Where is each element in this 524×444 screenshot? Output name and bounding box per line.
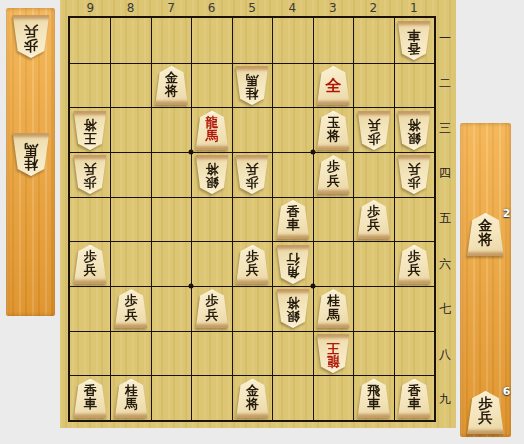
piece-kanji: 将 [246, 397, 259, 410]
square-8九[interactable]: 桂馬 [110, 375, 150, 420]
piece-kanji: 将 [206, 163, 219, 176]
piece-gote-pawn[interactable]: 歩兵 [235, 155, 269, 194]
piece-sente-gold[interactable]: 金将 [155, 66, 189, 105]
file-label: 4 [272, 1, 312, 15]
piece-kanji: 龍 [327, 355, 340, 368]
square-2八[interactable] [353, 331, 393, 376]
piece-kanji: 馬 [206, 129, 219, 142]
piece-kanji: 将 [408, 118, 421, 131]
square-5六[interactable]: 歩兵 [232, 241, 272, 286]
piece-kanji: 歩 [408, 250, 421, 263]
piece-kanji: 兵 [246, 163, 259, 176]
square-5三[interactable] [232, 107, 272, 152]
piece-kanji: 歩 [246, 176, 259, 189]
piece-sente-pawn[interactable]: 歩兵 [195, 289, 229, 328]
hoshi-dot [310, 150, 315, 155]
piece-sente-gold[interactable]: 金将 [235, 379, 269, 418]
piece-kanji: 金 [479, 218, 493, 232]
piece-kanji: 桂 [125, 384, 138, 397]
square-3九[interactable] [313, 375, 353, 420]
piece-kanji: 車 [84, 397, 97, 410]
square-8六[interactable] [110, 241, 150, 286]
square-8一[interactable] [110, 18, 150, 63]
square-5五[interactable] [232, 197, 272, 242]
sente-hand-stand: 金将2歩兵6 [460, 123, 511, 437]
square-9九[interactable]: 香車 [70, 375, 110, 420]
piece-kanji: 角 [286, 265, 299, 278]
board-grid: 香車金将桂馬全王将龍馬玉将歩兵銀将歩兵銀将歩兵歩兵歩兵香車歩兵歩兵歩兵角行歩兵歩… [68, 16, 436, 422]
piece-gote-knight[interactable]: 桂馬 [235, 66, 269, 105]
piece-gote-king[interactable]: 王将 [73, 111, 107, 150]
square-7三[interactable] [151, 107, 191, 152]
square-5一[interactable] [232, 18, 272, 63]
piece-sente-pawn[interactable]: 歩兵 [114, 289, 148, 328]
file-label: 7 [151, 1, 191, 15]
piece-gote-silver[interactable]: 銀将 [276, 289, 310, 328]
file-label: 1 [394, 1, 434, 15]
piece-kanji: 金 [165, 71, 178, 84]
square-3六[interactable] [313, 241, 353, 286]
piece-kanji: 銀 [408, 131, 421, 144]
piece-sente-pawn[interactable]: 歩兵 [316, 155, 350, 194]
square-7一[interactable] [151, 18, 191, 63]
square-7八[interactable] [151, 331, 191, 376]
hand-piece-count: 2 [503, 207, 511, 220]
hoshi-dot [189, 284, 194, 289]
piece-kanji: 銀 [286, 310, 299, 323]
square-1七[interactable] [394, 286, 434, 331]
square-4一[interactable] [272, 18, 312, 63]
piece-gote-pawn[interactable]: 歩兵 [397, 155, 431, 194]
piece-kanji: 桂 [246, 87, 259, 100]
piece-kanji: 馬 [125, 397, 138, 410]
piece-gote-bishop[interactable]: 角行 [276, 245, 310, 284]
piece-gote-pawn[interactable]: 歩兵 [12, 15, 50, 58]
piece-kanji: 兵 [479, 410, 493, 424]
shogi-app: 歩兵桂馬 987654321 一二三四五六七八九 香車金将桂馬全王将龍馬玉将歩兵… [0, 0, 524, 444]
piece-kanji: 香 [408, 384, 421, 397]
rank-label: 五 [436, 196, 454, 241]
piece-kanji: 歩 [24, 39, 38, 53]
piece-gote-knight[interactable]: 桂馬 [12, 133, 50, 176]
square-7四[interactable] [151, 152, 191, 197]
file-label: 2 [353, 1, 393, 15]
piece-gote-pawn[interactable]: 歩兵 [357, 111, 391, 150]
piece-kanji: 将 [479, 232, 493, 246]
file-label: 9 [70, 1, 110, 15]
square-6一[interactable] [191, 18, 231, 63]
square-1四[interactable]: 歩兵 [394, 152, 434, 197]
square-7七[interactable] [151, 286, 191, 331]
shogi-board: 987654321 一二三四五六七八九 香車金将桂馬全王将龍馬玉将歩兵銀将歩兵銀… [60, 0, 456, 428]
piece-kanji: 兵 [24, 24, 38, 38]
square-4三[interactable] [272, 107, 312, 152]
file-label: 6 [191, 1, 231, 15]
square-4九[interactable] [272, 375, 312, 420]
piece-kanji: 香 [408, 42, 421, 55]
piece-gote-pawn[interactable]: 歩兵 [73, 155, 107, 194]
piece-kanji: 全 [325, 78, 341, 94]
square-6三[interactable]: 龍馬 [191, 107, 231, 152]
square-8三[interactable] [110, 107, 150, 152]
hand-piece-holder: 歩兵6 [467, 391, 505, 434]
piece-sente-lance[interactable]: 香車 [397, 379, 431, 418]
piece-sente-pawn[interactable]: 歩兵 [357, 200, 391, 239]
piece-sente-knight[interactable]: 桂馬 [316, 289, 350, 328]
piece-kanji: 将 [286, 297, 299, 310]
piece-sente-pawn[interactable]: 歩兵 [235, 245, 269, 284]
square-6八[interactable] [191, 331, 231, 376]
piece-kanji: 歩 [84, 250, 97, 263]
piece-kanji: 歩 [206, 294, 219, 307]
rank-label: 四 [436, 151, 454, 196]
piece-sente-rook[interactable]: 飛車 [357, 379, 391, 418]
piece-kanji: 将 [84, 118, 97, 131]
square-2四[interactable] [353, 152, 393, 197]
square-4二[interactable] [272, 63, 312, 108]
square-8八[interactable] [110, 331, 150, 376]
piece-kanji: 歩 [367, 205, 380, 218]
hoshi-dot [189, 150, 194, 155]
hoshi-dot [310, 284, 315, 289]
square-1六[interactable]: 歩兵 [394, 241, 434, 286]
square-9三[interactable]: 王将 [70, 107, 110, 152]
piece-kanji: 歩 [367, 131, 380, 144]
piece-kanji: 兵 [327, 174, 340, 187]
piece-kanji: 歩 [479, 396, 493, 410]
square-4七[interactable]: 銀将 [272, 286, 312, 331]
square-9四[interactable]: 歩兵 [70, 152, 110, 197]
piece-kanji: 車 [408, 28, 421, 41]
piece-kanji: 兵 [408, 163, 421, 176]
piece-sente-promoted-bishop[interactable]: 龍馬 [195, 111, 229, 150]
square-8四[interactable] [110, 152, 150, 197]
piece-kanji: 車 [408, 397, 421, 410]
square-3三[interactable]: 玉将 [313, 107, 353, 152]
square-6二[interactable] [191, 63, 231, 108]
square-1二[interactable] [394, 63, 434, 108]
piece-kanji: 兵 [84, 163, 97, 176]
piece-kanji: 馬 [327, 308, 340, 321]
square-6五[interactable] [191, 197, 231, 242]
rank-label: 六 [436, 242, 454, 287]
piece-sente-gold[interactable]: 金将 [467, 213, 505, 256]
square-6四[interactable]: 銀将 [191, 152, 231, 197]
square-7六[interactable] [151, 241, 191, 286]
piece-sente-pawn[interactable]: 歩兵 [73, 245, 107, 284]
square-8五[interactable] [110, 197, 150, 242]
square-3四[interactable]: 歩兵 [313, 152, 353, 197]
square-1八[interactable] [394, 331, 434, 376]
piece-sente-lance[interactable]: 香車 [73, 379, 107, 418]
piece-kanji: 金 [246, 384, 259, 397]
square-3五[interactable] [313, 197, 353, 242]
rank-labels: 一二三四五六七八九 [436, 16, 454, 422]
piece-gote-silver[interactable]: 銀将 [195, 155, 229, 194]
square-6九[interactable] [191, 375, 231, 420]
piece-kanji: 龍 [206, 116, 219, 129]
square-3二[interactable]: 全 [313, 63, 353, 108]
square-6六[interactable] [191, 241, 231, 286]
square-7五[interactable] [151, 197, 191, 242]
square-4五[interactable]: 香車 [272, 197, 312, 242]
square-2二[interactable] [353, 63, 393, 108]
piece-kanji: 香 [84, 384, 97, 397]
square-1九[interactable]: 香車 [394, 375, 434, 420]
piece-kanji: 兵 [246, 263, 259, 276]
piece-sente-pawn[interactable]: 歩兵 [397, 245, 431, 284]
square-5四[interactable]: 歩兵 [232, 152, 272, 197]
piece-kanji: 銀 [206, 176, 219, 189]
rank-label: 二 [436, 61, 454, 106]
square-3一[interactable] [313, 18, 353, 63]
piece-kanji: 歩 [84, 176, 97, 189]
square-4四[interactable] [272, 152, 312, 197]
piece-kanji: 兵 [367, 218, 380, 231]
rank-label: 八 [436, 332, 454, 377]
piece-kanji: 将 [327, 129, 340, 142]
piece-kanji: 行 [286, 252, 299, 265]
rank-label: 一 [436, 16, 454, 61]
square-6七[interactable]: 歩兵 [191, 286, 231, 331]
file-labels: 987654321 [70, 1, 434, 15]
piece-kanji: 車 [286, 218, 299, 231]
rank-label: 七 [436, 287, 454, 332]
square-9五[interactable] [70, 197, 110, 242]
square-8二[interactable] [110, 63, 150, 108]
square-1一[interactable]: 香車 [394, 18, 434, 63]
piece-kanji: 桂 [327, 294, 340, 307]
piece-kanji: 兵 [125, 308, 138, 321]
square-7九[interactable] [151, 375, 191, 420]
piece-kanji: 兵 [206, 308, 219, 321]
square-3八[interactable]: 龍王 [313, 331, 353, 376]
square-9二[interactable] [70, 63, 110, 108]
square-5二[interactable]: 桂馬 [232, 63, 272, 108]
piece-kanji: 兵 [84, 263, 97, 276]
piece-kanji: 歩 [246, 250, 259, 263]
piece-kanji: 桂 [24, 157, 38, 171]
square-5九[interactable]: 金将 [232, 375, 272, 420]
piece-kanji: 玉 [327, 116, 340, 129]
square-2六[interactable] [353, 241, 393, 286]
piece-sente-king[interactable]: 玉将 [316, 111, 350, 150]
piece-kanji: 飛 [367, 384, 380, 397]
file-label: 3 [313, 1, 353, 15]
square-5八[interactable] [232, 331, 272, 376]
square-4八[interactable] [272, 331, 312, 376]
square-8七[interactable]: 歩兵 [110, 286, 150, 331]
square-5七[interactable] [232, 286, 272, 331]
piece-gote-promoted-rook[interactable]: 龍王 [316, 334, 350, 373]
square-1五[interactable] [394, 197, 434, 242]
piece-kanji: 王 [327, 341, 340, 354]
square-9一[interactable] [70, 18, 110, 63]
square-9六[interactable]: 歩兵 [70, 241, 110, 286]
piece-sente-pawn[interactable]: 歩兵 [467, 391, 505, 434]
piece-kanji: 将 [165, 84, 178, 97]
file-label: 8 [110, 1, 150, 15]
piece-gote-lance[interactable]: 香車 [397, 21, 431, 60]
gote-hand-stand: 歩兵桂馬 [6, 8, 55, 316]
hand-piece-holder: 桂馬 [12, 133, 50, 176]
square-2七[interactable] [353, 286, 393, 331]
piece-kanji: 歩 [125, 294, 138, 307]
square-2三[interactable]: 歩兵 [353, 107, 393, 152]
piece-sente-promoted-silver[interactable]: 全 [316, 66, 350, 105]
square-3七[interactable]: 桂馬 [313, 286, 353, 331]
piece-kanji: 兵 [367, 118, 380, 131]
piece-kanji: 王 [84, 131, 97, 144]
square-2九[interactable]: 飛車 [353, 375, 393, 420]
square-9八[interactable] [70, 331, 110, 376]
piece-kanji: 兵 [408, 263, 421, 276]
piece-kanji: 車 [367, 397, 380, 410]
piece-kanji: 馬 [246, 73, 259, 86]
square-9七[interactable] [70, 286, 110, 331]
piece-kanji: 歩 [327, 160, 340, 173]
square-2五[interactable]: 歩兵 [353, 197, 393, 242]
piece-kanji: 歩 [408, 176, 421, 189]
piece-kanji: 馬 [24, 142, 38, 156]
piece-kanji: 香 [286, 205, 299, 218]
hand-piece-holder: 歩兵 [12, 15, 50, 58]
square-2一[interactable] [353, 18, 393, 63]
piece-gote-silver[interactable]: 銀将 [397, 111, 431, 150]
piece-sente-lance[interactable]: 香車 [276, 200, 310, 239]
hand-piece-count: 6 [503, 385, 511, 398]
file-label: 5 [232, 1, 272, 15]
piece-sente-knight[interactable]: 桂馬 [114, 379, 148, 418]
hand-piece-holder: 金将2 [467, 213, 505, 256]
rank-label: 九 [436, 377, 454, 422]
square-1三[interactable]: 銀将 [394, 107, 434, 152]
square-4六[interactable]: 角行 [272, 241, 312, 286]
square-7二[interactable]: 金将 [151, 63, 191, 108]
rank-label: 三 [436, 106, 454, 151]
